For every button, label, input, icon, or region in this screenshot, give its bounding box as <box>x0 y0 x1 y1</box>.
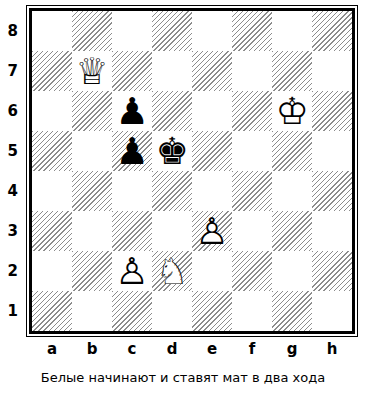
square-b6 <box>72 91 112 131</box>
board-frame: ♛♕♟♚♔♟♚♟♙♟♙♞♘ <box>26 5 358 337</box>
file-label-h: h <box>312 340 352 358</box>
white-pawn-piece: ♙ <box>112 251 152 291</box>
square-e4 <box>192 171 232 211</box>
square-f3 <box>232 211 272 251</box>
square-a1 <box>32 291 72 331</box>
black-pawn-piece: ♟ <box>112 131 152 171</box>
square-e1 <box>192 291 232 331</box>
square-g1 <box>272 291 312 331</box>
square-d3 <box>152 211 192 251</box>
square-a6 <box>32 91 72 131</box>
file-label-f: f <box>232 340 272 358</box>
white-pawn-fill: ♟ <box>112 251 152 291</box>
square-c8 <box>112 11 152 51</box>
square-d5: ♚ <box>152 131 192 171</box>
square-h7 <box>312 51 352 91</box>
square-f5 <box>232 131 272 171</box>
square-e5 <box>192 131 232 171</box>
rank-label-2: 2 <box>0 251 26 291</box>
puzzle-caption: Белые начинают и ставят мат в два хода <box>0 370 366 385</box>
square-d8 <box>152 11 192 51</box>
square-h2 <box>312 251 352 291</box>
chess-diagram: 87654321 ♛♕♟♚♔♟♚♟♙♟♙♞♘ abcdefgh Белые на… <box>0 5 366 385</box>
square-g8 <box>272 11 312 51</box>
white-pawn-piece: ♙ <box>192 211 232 251</box>
white-pawn-fill: ♟ <box>192 211 232 251</box>
square-d4 <box>152 171 192 211</box>
square-h1 <box>312 291 352 331</box>
square-d1 <box>152 291 192 331</box>
file-label-a: a <box>32 340 72 358</box>
white-knight-fill: ♞ <box>152 251 192 291</box>
file-label-c: c <box>112 340 152 358</box>
square-c7 <box>112 51 152 91</box>
white-king-piece: ♔ <box>272 91 312 131</box>
square-c6: ♟ <box>112 91 152 131</box>
square-c3 <box>112 211 152 251</box>
rank-label-6: 6 <box>0 91 26 131</box>
square-d2: ♞♘ <box>152 251 192 291</box>
square-g6: ♚♔ <box>272 91 312 131</box>
square-g3 <box>272 211 312 251</box>
file-label-e: e <box>192 340 232 358</box>
square-a3 <box>32 211 72 251</box>
square-f6 <box>232 91 272 131</box>
white-queen-piece: ♕ <box>72 51 112 91</box>
square-h5 <box>312 131 352 171</box>
square-g2 <box>272 251 312 291</box>
square-f2 <box>232 251 272 291</box>
square-g4 <box>272 171 312 211</box>
square-b1 <box>72 291 112 331</box>
square-c2: ♟♙ <box>112 251 152 291</box>
square-h8 <box>312 11 352 51</box>
square-g7 <box>272 51 312 91</box>
square-b7: ♛♕ <box>72 51 112 91</box>
rank-label-3: 3 <box>0 211 26 251</box>
square-e2 <box>192 251 232 291</box>
square-a4 <box>32 171 72 211</box>
rank-label-1: 1 <box>0 291 26 331</box>
square-c1 <box>112 291 152 331</box>
square-f4 <box>232 171 272 211</box>
square-b8 <box>72 11 112 51</box>
white-knight-piece: ♘ <box>152 251 192 291</box>
square-a2 <box>32 251 72 291</box>
rank-label-4: 4 <box>0 171 26 211</box>
file-label-d: d <box>152 340 192 358</box>
file-label-b: b <box>72 340 112 358</box>
square-b5 <box>72 131 112 171</box>
rank-label-5: 5 <box>0 131 26 171</box>
white-queen-fill: ♛ <box>72 51 112 91</box>
square-h6 <box>312 91 352 131</box>
square-e6 <box>192 91 232 131</box>
square-a8 <box>32 11 72 51</box>
black-king-piece: ♚ <box>152 131 192 171</box>
square-e8 <box>192 11 232 51</box>
file-label-g: g <box>272 340 312 358</box>
square-a5 <box>32 131 72 171</box>
chess-puzzle-page: 87654321 ♛♕♟♚♔♟♚♟♙♟♙♞♘ abcdefgh Белые на… <box>0 0 366 400</box>
square-b2 <box>72 251 112 291</box>
square-b3 <box>72 211 112 251</box>
rank-label-8: 8 <box>0 11 26 51</box>
square-h4 <box>312 171 352 211</box>
square-e3: ♟♙ <box>192 211 232 251</box>
square-e7 <box>192 51 232 91</box>
rank-labels: 87654321 <box>0 11 26 331</box>
rank-label-7: 7 <box>0 51 26 91</box>
square-g5 <box>272 131 312 171</box>
square-a7 <box>32 51 72 91</box>
square-c5: ♟ <box>112 131 152 171</box>
file-labels: abcdefgh <box>32 340 366 358</box>
square-f1 <box>232 291 272 331</box>
white-king-fill: ♚ <box>272 91 312 131</box>
square-d6 <box>152 91 192 131</box>
chess-board: ♛♕♟♚♔♟♚♟♙♟♙♞♘ <box>29 8 355 334</box>
square-b4 <box>72 171 112 211</box>
square-f7 <box>232 51 272 91</box>
square-d7 <box>152 51 192 91</box>
square-f8 <box>232 11 272 51</box>
square-h3 <box>312 211 352 251</box>
square-c4 <box>112 171 152 211</box>
black-pawn-piece: ♟ <box>112 91 152 131</box>
